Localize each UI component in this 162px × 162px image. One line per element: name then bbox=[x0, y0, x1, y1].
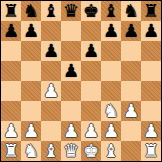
piece-white-pawn[interactable]: ♟ bbox=[143, 121, 159, 141]
piece-black-pawn[interactable]: ♟ bbox=[63, 61, 79, 81]
square-c4[interactable]: ♟ bbox=[41, 81, 61, 101]
square-g8[interactable]: ♞ bbox=[121, 1, 141, 21]
square-a8[interactable]: ♜ bbox=[1, 1, 21, 21]
square-h8[interactable]: ♜ bbox=[141, 1, 161, 21]
piece-black-rook[interactable]: ♜ bbox=[143, 1, 159, 21]
square-f3[interactable]: ♞ bbox=[101, 101, 121, 121]
square-a5[interactable] bbox=[1, 61, 21, 81]
square-d7[interactable] bbox=[61, 21, 81, 41]
square-h2[interactable]: ♟ bbox=[141, 121, 161, 141]
piece-white-rook[interactable]: ♜ bbox=[3, 141, 19, 161]
square-a6[interactable] bbox=[1, 41, 21, 61]
piece-white-bishop[interactable]: ♝ bbox=[43, 141, 59, 161]
square-d4[interactable] bbox=[61, 81, 81, 101]
square-g7[interactable]: ♟ bbox=[121, 21, 141, 41]
piece-black-pawn[interactable]: ♟ bbox=[3, 21, 19, 41]
square-e4[interactable] bbox=[81, 81, 101, 101]
square-e3[interactable] bbox=[81, 101, 101, 121]
square-e8[interactable]: ♚ bbox=[81, 1, 101, 21]
piece-black-pawn[interactable]: ♟ bbox=[123, 21, 139, 41]
square-h6[interactable] bbox=[141, 41, 161, 61]
square-c6[interactable]: ♟ bbox=[41, 41, 61, 61]
square-e7[interactable] bbox=[81, 21, 101, 41]
square-f7[interactable]: ♟ bbox=[101, 21, 121, 41]
square-c7[interactable] bbox=[41, 21, 61, 41]
square-c5[interactable] bbox=[41, 61, 61, 81]
square-b2[interactable]: ♟ bbox=[21, 121, 41, 141]
piece-white-pawn[interactable]: ♟ bbox=[123, 101, 139, 121]
chess-board: ♜♞♝♛♚♝♞♜♟♟♟♟♟♟♟♟♟♞♟♟♟♟♟♟♟♜♞♝♛♚♝♜ bbox=[1, 1, 161, 161]
piece-black-knight[interactable]: ♞ bbox=[23, 1, 39, 21]
piece-white-king[interactable]: ♚ bbox=[83, 141, 99, 161]
square-g6[interactable] bbox=[121, 41, 141, 61]
square-b1[interactable]: ♞ bbox=[21, 141, 41, 161]
square-g5[interactable] bbox=[121, 61, 141, 81]
piece-black-pawn[interactable]: ♟ bbox=[43, 41, 59, 61]
square-h3[interactable] bbox=[141, 101, 161, 121]
square-b8[interactable]: ♞ bbox=[21, 1, 41, 21]
square-e2[interactable]: ♟ bbox=[81, 121, 101, 141]
square-a3[interactable] bbox=[1, 101, 21, 121]
square-d1[interactable]: ♛ bbox=[61, 141, 81, 161]
square-e5[interactable] bbox=[81, 61, 101, 81]
square-c1[interactable]: ♝ bbox=[41, 141, 61, 161]
piece-black-king[interactable]: ♚ bbox=[83, 1, 99, 21]
square-d8[interactable]: ♛ bbox=[61, 1, 81, 21]
piece-black-pawn[interactable]: ♟ bbox=[143, 21, 159, 41]
piece-black-rook[interactable]: ♜ bbox=[3, 1, 19, 21]
square-g3[interactable]: ♟ bbox=[121, 101, 141, 121]
piece-black-pawn[interactable]: ♟ bbox=[23, 21, 39, 41]
square-b7[interactable]: ♟ bbox=[21, 21, 41, 41]
square-f2[interactable]: ♟ bbox=[101, 121, 121, 141]
piece-white-pawn[interactable]: ♟ bbox=[83, 121, 99, 141]
square-b6[interactable] bbox=[21, 41, 41, 61]
square-e6[interactable]: ♟ bbox=[81, 41, 101, 61]
piece-white-pawn[interactable]: ♟ bbox=[63, 121, 79, 141]
piece-black-pawn[interactable]: ♟ bbox=[103, 21, 119, 41]
square-f8[interactable]: ♝ bbox=[101, 1, 121, 21]
square-h5[interactable] bbox=[141, 61, 161, 81]
piece-black-bishop[interactable]: ♝ bbox=[103, 1, 119, 21]
square-c8[interactable]: ♝ bbox=[41, 1, 61, 21]
piece-black-pawn[interactable]: ♟ bbox=[83, 41, 99, 61]
square-h4[interactable] bbox=[141, 81, 161, 101]
square-c3[interactable] bbox=[41, 101, 61, 121]
square-a1[interactable]: ♜ bbox=[1, 141, 21, 161]
square-d5[interactable]: ♟ bbox=[61, 61, 81, 81]
square-b5[interactable] bbox=[21, 61, 41, 81]
piece-white-queen[interactable]: ♛ bbox=[63, 141, 79, 161]
square-a7[interactable]: ♟ bbox=[1, 21, 21, 41]
square-a2[interactable]: ♟ bbox=[1, 121, 21, 141]
square-g2[interactable] bbox=[121, 121, 141, 141]
square-g1[interactable] bbox=[121, 141, 141, 161]
square-f5[interactable] bbox=[101, 61, 121, 81]
piece-black-knight[interactable]: ♞ bbox=[123, 1, 139, 21]
square-d3[interactable] bbox=[61, 101, 81, 121]
piece-black-queen[interactable]: ♛ bbox=[63, 1, 79, 21]
square-d2[interactable]: ♟ bbox=[61, 121, 81, 141]
square-a4[interactable] bbox=[1, 81, 21, 101]
piece-white-bishop[interactable]: ♝ bbox=[103, 141, 119, 161]
piece-white-pawn[interactable]: ♟ bbox=[23, 121, 39, 141]
piece-white-rook[interactable]: ♜ bbox=[143, 141, 159, 161]
square-h1[interactable]: ♜ bbox=[141, 141, 161, 161]
square-e1[interactable]: ♚ bbox=[81, 141, 101, 161]
piece-black-bishop[interactable]: ♝ bbox=[43, 1, 59, 21]
square-f6[interactable] bbox=[101, 41, 121, 61]
square-b4[interactable] bbox=[21, 81, 41, 101]
piece-white-pawn[interactable]: ♟ bbox=[3, 121, 19, 141]
square-f4[interactable] bbox=[101, 81, 121, 101]
piece-white-pawn[interactable]: ♟ bbox=[103, 121, 119, 141]
square-b3[interactable] bbox=[21, 101, 41, 121]
square-d6[interactable] bbox=[61, 41, 81, 61]
piece-white-knight[interactable]: ♞ bbox=[103, 101, 119, 121]
square-f1[interactable]: ♝ bbox=[101, 141, 121, 161]
square-c2[interactable] bbox=[41, 121, 61, 141]
chess-board-frame: ♜♞♝♛♚♝♞♜♟♟♟♟♟♟♟♟♟♞♟♟♟♟♟♟♟♜♞♝♛♚♝♜ bbox=[0, 0, 162, 162]
piece-white-pawn[interactable]: ♟ bbox=[43, 81, 59, 101]
square-h7[interactable]: ♟ bbox=[141, 21, 161, 41]
square-g4[interactable] bbox=[121, 81, 141, 101]
piece-white-knight[interactable]: ♞ bbox=[23, 141, 39, 161]
